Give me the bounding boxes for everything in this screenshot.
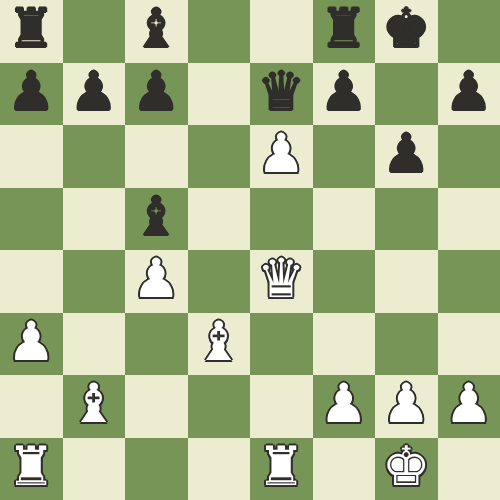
square-d6[interactable] — [188, 125, 251, 188]
piece-black-pawn[interactable]: ♟ — [7, 61, 55, 124]
piece-white-king[interactable]: ♚ — [382, 436, 430, 499]
square-h5[interactable] — [438, 188, 500, 251]
square-b8[interactable] — [63, 0, 126, 63]
piece-white-bishop[interactable]: ♝ — [195, 311, 243, 374]
square-d8[interactable] — [188, 0, 251, 63]
square-c3[interactable] — [125, 313, 188, 376]
square-f5[interactable] — [313, 188, 376, 251]
chess-board: ♜♝♜♚♟♟♟♛♟♟♟♟♝♟♛♟♝♝♟♟♟♜♜♚ — [0, 0, 500, 500]
square-a4[interactable] — [0, 250, 63, 313]
piece-black-rook[interactable]: ♜ — [7, 0, 55, 61]
square-h4[interactable] — [438, 250, 500, 313]
square-g5[interactable] — [375, 188, 438, 251]
square-f6[interactable] — [313, 125, 376, 188]
square-d4[interactable] — [188, 250, 251, 313]
piece-black-bishop[interactable]: ♝ — [132, 186, 180, 249]
square-h2[interactable]: ♟ — [438, 375, 500, 438]
piece-white-pawn[interactable]: ♟ — [132, 248, 180, 311]
piece-white-queen[interactable]: ♛ — [257, 248, 305, 311]
square-d1[interactable] — [188, 438, 251, 500]
square-h3[interactable] — [438, 313, 500, 376]
square-c6[interactable] — [125, 125, 188, 188]
square-e7[interactable]: ♛ — [250, 63, 313, 126]
piece-black-pawn[interactable]: ♟ — [70, 61, 118, 124]
piece-white-pawn[interactable]: ♟ — [445, 373, 493, 436]
square-c5[interactable]: ♝ — [125, 188, 188, 251]
piece-black-pawn[interactable]: ♟ — [445, 61, 493, 124]
square-a6[interactable] — [0, 125, 63, 188]
piece-white-pawn[interactable]: ♟ — [320, 373, 368, 436]
square-b7[interactable]: ♟ — [63, 63, 126, 126]
square-a5[interactable] — [0, 188, 63, 251]
square-b2[interactable]: ♝ — [63, 375, 126, 438]
piece-black-rook[interactable]: ♜ — [320, 0, 368, 61]
square-b4[interactable] — [63, 250, 126, 313]
piece-white-pawn[interactable]: ♟ — [7, 311, 55, 374]
square-c8[interactable]: ♝ — [125, 0, 188, 63]
square-d7[interactable] — [188, 63, 251, 126]
square-g7[interactable] — [375, 63, 438, 126]
square-f4[interactable] — [313, 250, 376, 313]
square-f8[interactable]: ♜ — [313, 0, 376, 63]
square-d5[interactable] — [188, 188, 251, 251]
piece-white-pawn[interactable]: ♟ — [382, 373, 430, 436]
square-g6[interactable]: ♟ — [375, 125, 438, 188]
square-e8[interactable] — [250, 0, 313, 63]
square-h1[interactable] — [438, 438, 500, 500]
square-f2[interactable]: ♟ — [313, 375, 376, 438]
piece-white-pawn[interactable]: ♟ — [257, 123, 305, 186]
piece-black-bishop[interactable]: ♝ — [132, 0, 180, 61]
square-b3[interactable] — [63, 313, 126, 376]
square-a1[interactable]: ♜ — [0, 438, 63, 500]
square-a7[interactable]: ♟ — [0, 63, 63, 126]
square-e3[interactable] — [250, 313, 313, 376]
square-d3[interactable]: ♝ — [188, 313, 251, 376]
square-h7[interactable]: ♟ — [438, 63, 500, 126]
square-a3[interactable]: ♟ — [0, 313, 63, 376]
square-a2[interactable] — [0, 375, 63, 438]
square-a8[interactable]: ♜ — [0, 0, 63, 63]
piece-black-queen[interactable]: ♛ — [257, 61, 305, 124]
square-e1[interactable]: ♜ — [250, 438, 313, 500]
square-c4[interactable]: ♟ — [125, 250, 188, 313]
piece-black-king[interactable]: ♚ — [382, 0, 430, 61]
square-b1[interactable] — [63, 438, 126, 500]
square-b6[interactable] — [63, 125, 126, 188]
square-f1[interactable] — [313, 438, 376, 500]
piece-black-pawn[interactable]: ♟ — [320, 61, 368, 124]
square-c1[interactable] — [125, 438, 188, 500]
square-e6[interactable]: ♟ — [250, 125, 313, 188]
square-c2[interactable] — [125, 375, 188, 438]
piece-white-bishop[interactable]: ♝ — [70, 373, 118, 436]
square-e5[interactable] — [250, 188, 313, 251]
square-f7[interactable]: ♟ — [313, 63, 376, 126]
square-e4[interactable]: ♛ — [250, 250, 313, 313]
piece-black-pawn[interactable]: ♟ — [132, 61, 180, 124]
square-e2[interactable] — [250, 375, 313, 438]
square-d2[interactable] — [188, 375, 251, 438]
piece-white-rook[interactable]: ♜ — [257, 436, 305, 499]
square-b5[interactable] — [63, 188, 126, 251]
square-h8[interactable] — [438, 0, 500, 63]
square-g4[interactable] — [375, 250, 438, 313]
square-g8[interactable]: ♚ — [375, 0, 438, 63]
square-g1[interactable]: ♚ — [375, 438, 438, 500]
square-h6[interactable] — [438, 125, 500, 188]
square-g3[interactable] — [375, 313, 438, 376]
square-f3[interactable] — [313, 313, 376, 376]
square-c7[interactable]: ♟ — [125, 63, 188, 126]
piece-white-rook[interactable]: ♜ — [7, 436, 55, 499]
piece-black-pawn[interactable]: ♟ — [382, 123, 430, 186]
square-g2[interactable]: ♟ — [375, 375, 438, 438]
